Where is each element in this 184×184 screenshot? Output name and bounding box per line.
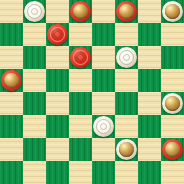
checkers-board [0, 0, 184, 184]
square-r6c5[interactable] [115, 138, 138, 161]
square-r4c6 [138, 92, 161, 115]
square-r7c3 [69, 161, 92, 184]
white-king-piece[interactable] [162, 93, 183, 114]
square-r0c1[interactable] [23, 0, 46, 23]
square-r0c0 [0, 0, 23, 23]
square-r1c4[interactable] [92, 23, 115, 46]
red-man-piece[interactable] [70, 47, 91, 68]
square-r2c3[interactable] [69, 46, 92, 69]
square-r5c0[interactable] [0, 115, 23, 138]
red-king-piece[interactable] [116, 1, 137, 22]
square-r1c0[interactable] [0, 23, 23, 46]
square-r3c0[interactable] [0, 69, 23, 92]
square-r4c3[interactable] [69, 92, 92, 115]
square-r3c7 [161, 69, 184, 92]
square-r5c7 [161, 115, 184, 138]
square-r5c6[interactable] [138, 115, 161, 138]
red-king-piece[interactable] [162, 139, 183, 160]
square-r7c4[interactable] [92, 161, 115, 184]
square-r6c0 [0, 138, 23, 161]
square-r3c5 [115, 69, 138, 92]
square-r4c7[interactable] [161, 92, 184, 115]
square-r2c1[interactable] [23, 46, 46, 69]
square-r5c3 [69, 115, 92, 138]
square-r2c5[interactable] [115, 46, 138, 69]
square-r4c1[interactable] [23, 92, 46, 115]
square-r1c7 [161, 23, 184, 46]
square-r2c4 [92, 46, 115, 69]
square-r4c2 [46, 92, 69, 115]
square-r2c6 [138, 46, 161, 69]
square-r6c1[interactable] [23, 138, 46, 161]
square-r1c1 [23, 23, 46, 46]
square-r4c5[interactable] [115, 92, 138, 115]
square-r1c5 [115, 23, 138, 46]
square-r7c7 [161, 161, 184, 184]
red-king-piece[interactable] [1, 70, 22, 91]
square-r0c4 [92, 0, 115, 23]
square-r4c0 [0, 92, 23, 115]
square-r6c3[interactable] [69, 138, 92, 161]
square-r6c4 [92, 138, 115, 161]
square-r4c4 [92, 92, 115, 115]
square-r3c1 [23, 69, 46, 92]
square-r1c2[interactable] [46, 23, 69, 46]
square-r6c6 [138, 138, 161, 161]
square-r7c1 [23, 161, 46, 184]
square-r3c4[interactable] [92, 69, 115, 92]
square-r0c5[interactable] [115, 0, 138, 23]
square-r1c3 [69, 23, 92, 46]
square-r3c3 [69, 69, 92, 92]
white-man-piece[interactable] [93, 116, 114, 137]
square-r2c7[interactable] [161, 46, 184, 69]
square-r5c1 [23, 115, 46, 138]
red-king-piece[interactable] [70, 1, 91, 22]
square-r0c3[interactable] [69, 0, 92, 23]
white-king-piece[interactable] [116, 139, 137, 160]
square-r3c2[interactable] [46, 69, 69, 92]
square-r7c6[interactable] [138, 161, 161, 184]
square-r1c6[interactable] [138, 23, 161, 46]
square-r2c0 [0, 46, 23, 69]
square-r7c5 [115, 161, 138, 184]
square-r7c2[interactable] [46, 161, 69, 184]
white-man-piece[interactable] [24, 1, 45, 22]
square-r0c6 [138, 0, 161, 23]
square-r0c2 [46, 0, 69, 23]
square-r5c5 [115, 115, 138, 138]
square-r3c6[interactable] [138, 69, 161, 92]
white-man-piece[interactable] [116, 47, 137, 68]
square-r7c0[interactable] [0, 161, 23, 184]
white-king-piece[interactable] [162, 1, 183, 22]
square-r5c4[interactable] [92, 115, 115, 138]
square-r6c7[interactable] [161, 138, 184, 161]
square-r6c2 [46, 138, 69, 161]
square-r0c7[interactable] [161, 0, 184, 23]
red-man-piece[interactable] [47, 24, 68, 45]
square-r2c2 [46, 46, 69, 69]
square-r5c2[interactable] [46, 115, 69, 138]
